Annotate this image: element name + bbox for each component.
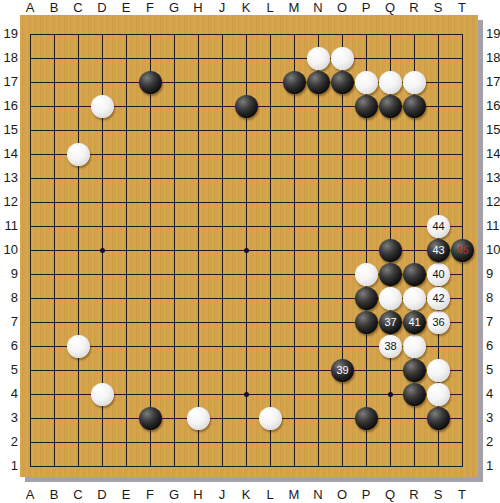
- row-label-left: 6: [0, 339, 18, 353]
- row-label-right: 9: [486, 267, 500, 281]
- go-board[interactable]: 36373839404142434445: [20, 15, 478, 477]
- column-label-bottom: A: [18, 487, 42, 502]
- grid-line-horizontal: [30, 442, 463, 443]
- move-number: 39: [336, 364, 348, 376]
- column-label-top: H: [186, 0, 210, 15]
- stone-white: [427, 359, 450, 382]
- move-number: 38: [384, 340, 396, 352]
- grid-line-vertical: [342, 34, 343, 467]
- column-label-bottom: H: [186, 487, 210, 502]
- column-label-bottom: P: [354, 487, 378, 502]
- row-label-right: 16: [486, 99, 500, 113]
- row-label-left: 5: [0, 363, 18, 377]
- column-label-top: M: [282, 0, 306, 15]
- column-label-top: S: [426, 0, 450, 15]
- column-label-bottom: F: [138, 487, 162, 502]
- column-label-bottom: O: [330, 487, 354, 502]
- numbered-stone-white: 42: [427, 287, 450, 310]
- stone-white: [355, 71, 378, 94]
- move-number: 42: [432, 292, 444, 304]
- row-label-right: 7: [486, 315, 500, 329]
- stone-black: [139, 71, 162, 94]
- stone-black: [379, 263, 402, 286]
- column-label-top: F: [138, 0, 162, 15]
- row-label-left: 2: [0, 435, 18, 449]
- stone-black: [355, 407, 378, 430]
- row-label-right: 2: [486, 435, 500, 449]
- column-label-bottom: M: [282, 487, 306, 502]
- stone-white: [427, 383, 450, 406]
- row-label-left: 4: [0, 387, 18, 401]
- stone-white: [91, 383, 114, 406]
- row-label-left: 14: [0, 147, 18, 161]
- stone-black: [379, 95, 402, 118]
- stone-black: [403, 383, 426, 406]
- row-label-left: 16: [0, 99, 18, 113]
- stone-white: [259, 407, 282, 430]
- row-label-right: 13: [486, 171, 500, 185]
- column-label-top: G: [162, 0, 186, 15]
- move-number: 41: [408, 316, 420, 328]
- column-label-bottom: C: [66, 487, 90, 502]
- stone-white: [67, 143, 90, 166]
- grid-line-horizontal: [30, 466, 463, 467]
- column-label-top: R: [402, 0, 426, 15]
- numbered-stone-white: 38: [379, 335, 402, 358]
- stone-black: [403, 263, 426, 286]
- stone-white: [403, 287, 426, 310]
- column-label-bottom: R: [402, 487, 426, 502]
- row-label-right: 10: [486, 243, 500, 257]
- column-label-top: D: [90, 0, 114, 15]
- row-label-right: 8: [486, 291, 500, 305]
- column-label-bottom: E: [114, 487, 138, 502]
- row-label-left: 10: [0, 243, 18, 257]
- row-label-right: 12: [486, 195, 500, 209]
- column-label-bottom: B: [42, 487, 66, 502]
- numbered-stone-black: 43: [427, 239, 450, 262]
- numbered-stone-black: 41: [403, 311, 426, 334]
- row-label-left: 12: [0, 195, 18, 209]
- column-label-top: O: [330, 0, 354, 15]
- row-label-right: 17: [486, 75, 500, 89]
- numbered-stone-black: 37: [379, 311, 402, 334]
- star-point: [244, 392, 249, 397]
- column-label-top: T: [450, 0, 474, 15]
- move-number: 44: [432, 220, 444, 232]
- row-label-right: 6: [486, 339, 500, 353]
- stone-black: [427, 407, 450, 430]
- numbered-stone-black: 39: [331, 359, 354, 382]
- row-label-left: 13: [0, 171, 18, 185]
- row-label-right: 4: [486, 387, 500, 401]
- row-label-right: 11: [486, 219, 500, 233]
- row-label-left: 15: [0, 123, 18, 137]
- numbered-stone-black: 45: [451, 239, 474, 262]
- stone-white: [403, 335, 426, 358]
- row-label-left: 7: [0, 315, 18, 329]
- star-point: [244, 248, 249, 253]
- row-label-right: 19: [486, 27, 500, 41]
- row-label-left: 8: [0, 291, 18, 305]
- column-label-bottom: K: [234, 487, 258, 502]
- column-label-bottom: S: [426, 487, 450, 502]
- move-number: 45: [456, 244, 468, 256]
- column-label-bottom: J: [210, 487, 234, 502]
- stone-black: [355, 287, 378, 310]
- stone-black: [403, 359, 426, 382]
- stone-black: [283, 71, 306, 94]
- stone-white: [187, 407, 210, 430]
- row-label-left: 11: [0, 219, 18, 233]
- grid-line-vertical: [318, 34, 319, 467]
- row-label-right: 15: [486, 123, 500, 137]
- move-number: 43: [432, 244, 444, 256]
- stone-white: [331, 47, 354, 70]
- star-point: [388, 392, 393, 397]
- stone-black: [379, 239, 402, 262]
- stone-white: [379, 287, 402, 310]
- column-label-top: B: [42, 0, 66, 15]
- grid-line-vertical: [270, 34, 271, 467]
- stone-white: [355, 263, 378, 286]
- grid-line-horizontal: [30, 418, 463, 419]
- column-label-top: N: [306, 0, 330, 15]
- grid-line-vertical: [294, 34, 295, 467]
- grid-line-horizontal: [30, 370, 463, 371]
- row-label-left: 19: [0, 27, 18, 41]
- row-label-left: 3: [0, 411, 18, 425]
- stone-black: [235, 95, 258, 118]
- stone-white: [379, 71, 402, 94]
- move-number: 36: [432, 316, 444, 328]
- column-label-bottom: G: [162, 487, 186, 502]
- go-diagram-page: 36373839404142434445 AABBCCDDEEFFGGHHJJK…: [0, 0, 500, 503]
- stone-black: [139, 407, 162, 430]
- row-label-right: 1: [486, 459, 500, 473]
- stone-white: [91, 95, 114, 118]
- row-label-right: 3: [486, 411, 500, 425]
- column-label-top: C: [66, 0, 90, 15]
- stone-black: [307, 71, 330, 94]
- stone-white: [403, 71, 426, 94]
- stone-black: [355, 311, 378, 334]
- row-label-left: 18: [0, 51, 18, 65]
- column-label-bottom: L: [258, 487, 282, 502]
- column-label-bottom: Q: [378, 487, 402, 502]
- column-label-bottom: T: [450, 487, 474, 502]
- column-label-top: E: [114, 0, 138, 15]
- column-label-top: A: [18, 0, 42, 15]
- stone-white: [67, 335, 90, 358]
- row-label-right: 14: [486, 147, 500, 161]
- move-number: 40: [432, 268, 444, 280]
- column-label-top: L: [258, 0, 282, 15]
- row-label-left: 17: [0, 75, 18, 89]
- numbered-stone-white: 40: [427, 263, 450, 286]
- row-label-left: 1: [0, 459, 18, 473]
- row-label-left: 9: [0, 267, 18, 281]
- stone-black: [403, 95, 426, 118]
- column-label-top: P: [354, 0, 378, 15]
- column-label-bottom: D: [90, 487, 114, 502]
- move-number: 37: [384, 316, 396, 328]
- column-label-top: K: [234, 0, 258, 15]
- numbered-stone-white: 44: [427, 215, 450, 238]
- star-point: [100, 248, 105, 253]
- column-label-bottom: N: [306, 487, 330, 502]
- stone-black: [331, 71, 354, 94]
- stone-black: [355, 95, 378, 118]
- row-label-right: 18: [486, 51, 500, 65]
- numbered-stone-white: 36: [427, 311, 450, 334]
- column-label-top: Q: [378, 0, 402, 15]
- stone-white: [307, 47, 330, 70]
- column-label-top: J: [210, 0, 234, 15]
- row-label-right: 5: [486, 363, 500, 377]
